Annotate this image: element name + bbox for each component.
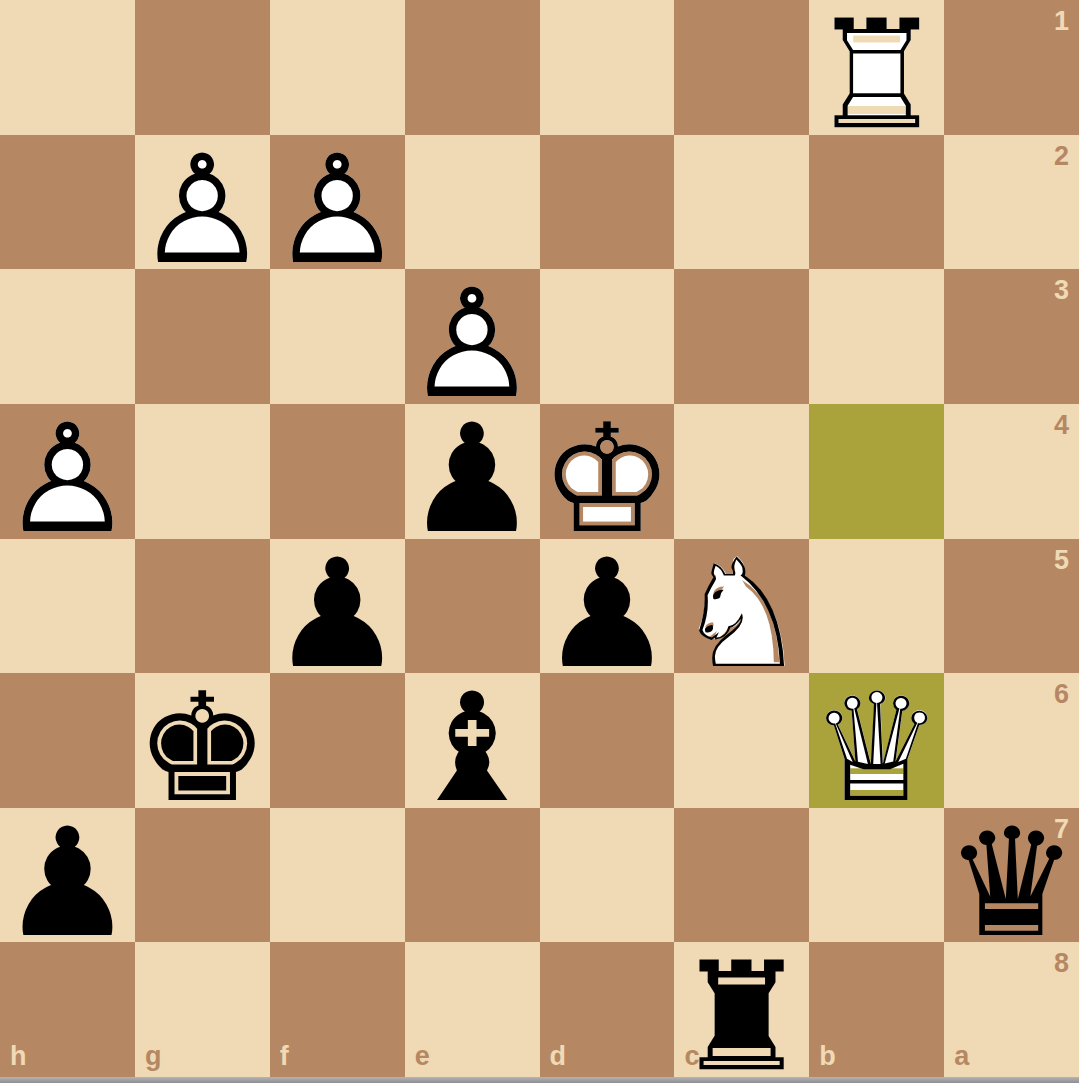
piece-white-queen[interactable]: ♛♕ [809, 673, 944, 808]
square-f7[interactable] [270, 808, 405, 943]
square-g4[interactable] [135, 404, 270, 539]
square-f2[interactable]: ♟♙ [270, 135, 405, 270]
square-e3[interactable]: ♟♙ [405, 269, 540, 404]
rank-label-1: 1 [1054, 8, 1069, 35]
square-d8[interactable]: d [540, 942, 675, 1077]
piece-white-king[interactable]: ♚♔ [540, 404, 675, 539]
square-e2[interactable] [405, 135, 540, 270]
square-d2[interactable] [540, 135, 675, 270]
square-h2[interactable] [0, 135, 135, 270]
rank-label-3: 3 [1054, 277, 1069, 304]
square-g5[interactable] [135, 539, 270, 674]
white-pawn-outline-glyph: ♙ [135, 135, 269, 285]
black-bishop-glyph: ♝ [405, 673, 539, 823]
square-f5[interactable]: ♟ [270, 539, 405, 674]
square-f4[interactable] [270, 404, 405, 539]
piece-white-pawn[interactable]: ♟♙ [135, 135, 270, 270]
black-pawn-glyph: ♟ [0, 808, 134, 958]
square-c5[interactable]: ♞♘ [674, 539, 809, 674]
piece-black-pawn[interactable]: ♟ [540, 539, 675, 674]
file-label-f: f [280, 1043, 289, 1070]
square-f1[interactable] [270, 0, 405, 135]
piece-black-pawn[interactable]: ♟ [0, 808, 135, 943]
piece-black-king[interactable]: ♚ [135, 673, 270, 808]
piece-black-pawn[interactable]: ♟ [405, 404, 540, 539]
piece-white-pawn[interactable]: ♟♙ [0, 404, 135, 539]
square-c1[interactable] [674, 0, 809, 135]
square-a2[interactable]: 2 [944, 135, 1079, 270]
square-a7[interactable]: 7♛ [944, 808, 1079, 943]
square-h1[interactable] [0, 0, 135, 135]
black-pawn-glyph: ♟ [405, 404, 539, 554]
rank-label-6: 6 [1054, 681, 1069, 708]
square-b1[interactable]: ♜♖ [809, 0, 944, 135]
white-queen-outline-glyph: ♕ [809, 673, 943, 823]
square-a3[interactable]: 3 [944, 269, 1079, 404]
square-c7[interactable] [674, 808, 809, 943]
square-e1[interactable] [405, 0, 540, 135]
piece-white-knight[interactable]: ♞♘ [674, 539, 809, 674]
square-c8[interactable]: c♜ [674, 942, 809, 1077]
rank-label-5: 5 [1054, 547, 1069, 574]
square-e6[interactable]: ♝ [405, 673, 540, 808]
page: ♜♖1♟♙♟♙2♟♙3♟♙♟♚♔4♟♟♞♘5♚♝♛♕6♟7♛hgfedc♜b8a [0, 0, 1079, 1083]
square-b8[interactable]: b [809, 942, 944, 1077]
square-e8[interactable]: e [405, 942, 540, 1077]
square-h6[interactable] [0, 673, 135, 808]
piece-white-rook[interactable]: ♜♖ [809, 0, 944, 135]
square-b6[interactable]: ♛♕ [809, 673, 944, 808]
piece-black-queen[interactable]: ♛ [944, 808, 1079, 943]
square-f8[interactable]: f [270, 942, 405, 1077]
white-pawn-outline-glyph: ♙ [270, 135, 404, 285]
black-rook-glyph: ♜ [675, 942, 809, 1083]
square-g2[interactable]: ♟♙ [135, 135, 270, 270]
rank-label-2: 2 [1054, 143, 1069, 170]
square-g8[interactable]: g [135, 942, 270, 1077]
square-h3[interactable] [0, 269, 135, 404]
black-queen-glyph: ♛ [944, 808, 1078, 958]
square-a1[interactable]: 1 [944, 0, 1079, 135]
square-e4[interactable]: ♟ [405, 404, 540, 539]
file-label-e: e [415, 1043, 430, 1070]
square-c2[interactable] [674, 135, 809, 270]
black-pawn-glyph: ♟ [270, 539, 404, 689]
piece-black-pawn[interactable]: ♟ [270, 539, 405, 674]
square-g1[interactable] [135, 0, 270, 135]
square-g6[interactable]: ♚ [135, 673, 270, 808]
white-knight-outline-glyph: ♘ [675, 539, 809, 689]
black-king-glyph: ♚ [135, 673, 269, 823]
file-label-h: h [10, 1043, 27, 1070]
square-b5[interactable] [809, 539, 944, 674]
file-label-a: a [954, 1043, 969, 1070]
square-h7[interactable]: ♟ [0, 808, 135, 943]
square-d1[interactable] [540, 0, 675, 135]
square-a5[interactable]: 5 [944, 539, 1079, 674]
square-h4[interactable]: ♟♙ [0, 404, 135, 539]
file-label-d: d [550, 1043, 567, 1070]
piece-black-bishop[interactable]: ♝ [405, 673, 540, 808]
file-label-g: g [145, 1043, 162, 1070]
square-b3[interactable] [809, 269, 944, 404]
piece-black-rook[interactable]: ♜ [674, 942, 809, 1077]
white-rook-outline-glyph: ♖ [809, 0, 943, 150]
file-label-b: b [819, 1043, 836, 1070]
square-a4[interactable]: 4 [944, 404, 1079, 539]
square-d3[interactable] [540, 269, 675, 404]
square-b4[interactable] [809, 404, 944, 539]
square-a6[interactable]: 6 [944, 673, 1079, 808]
piece-white-pawn[interactable]: ♟♙ [405, 269, 540, 404]
chess-board: ♜♖1♟♙♟♙2♟♙3♟♙♟♚♔4♟♟♞♘5♚♝♛♕6♟7♛hgfedc♜b8a [0, 0, 1079, 1077]
black-pawn-glyph: ♟ [540, 539, 674, 689]
square-d4[interactable]: ♚♔ [540, 404, 675, 539]
square-c3[interactable] [674, 269, 809, 404]
white-pawn-outline-glyph: ♙ [0, 404, 134, 554]
page-edge-bar [0, 1077, 1079, 1083]
square-c4[interactable] [674, 404, 809, 539]
rank-label-4: 4 [1054, 412, 1069, 439]
square-d5[interactable]: ♟ [540, 539, 675, 674]
piece-white-pawn[interactable]: ♟♙ [270, 135, 405, 270]
square-d7[interactable] [540, 808, 675, 943]
